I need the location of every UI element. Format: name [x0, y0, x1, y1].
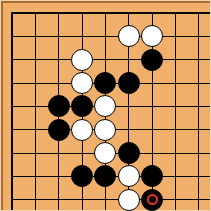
white-stone	[71, 72, 93, 94]
grid-line-vertical	[198, 12, 199, 210]
white-stone	[118, 189, 140, 211]
grid-line-vertical	[35, 12, 36, 210]
grid-line-horizontal	[11, 59, 210, 60]
black-stone	[48, 95, 70, 117]
black-stone	[141, 49, 163, 71]
circle-marker	[147, 194, 158, 205]
black-stone	[141, 189, 163, 211]
grid-line-horizontal	[11, 12, 210, 14]
black-stone	[118, 72, 140, 94]
white-stone	[94, 119, 116, 141]
grid-line-horizontal	[11, 36, 210, 37]
white-stone	[118, 165, 140, 187]
grid-line-vertical	[11, 12, 13, 210]
black-stone	[48, 119, 70, 141]
black-stone	[118, 142, 140, 164]
white-stone	[118, 25, 140, 47]
grid-line-horizontal	[11, 199, 210, 200]
white-stone	[71, 49, 93, 71]
white-stone	[71, 119, 93, 141]
go-board-diagram	[0, 0, 211, 211]
grid-line-vertical	[175, 12, 176, 210]
